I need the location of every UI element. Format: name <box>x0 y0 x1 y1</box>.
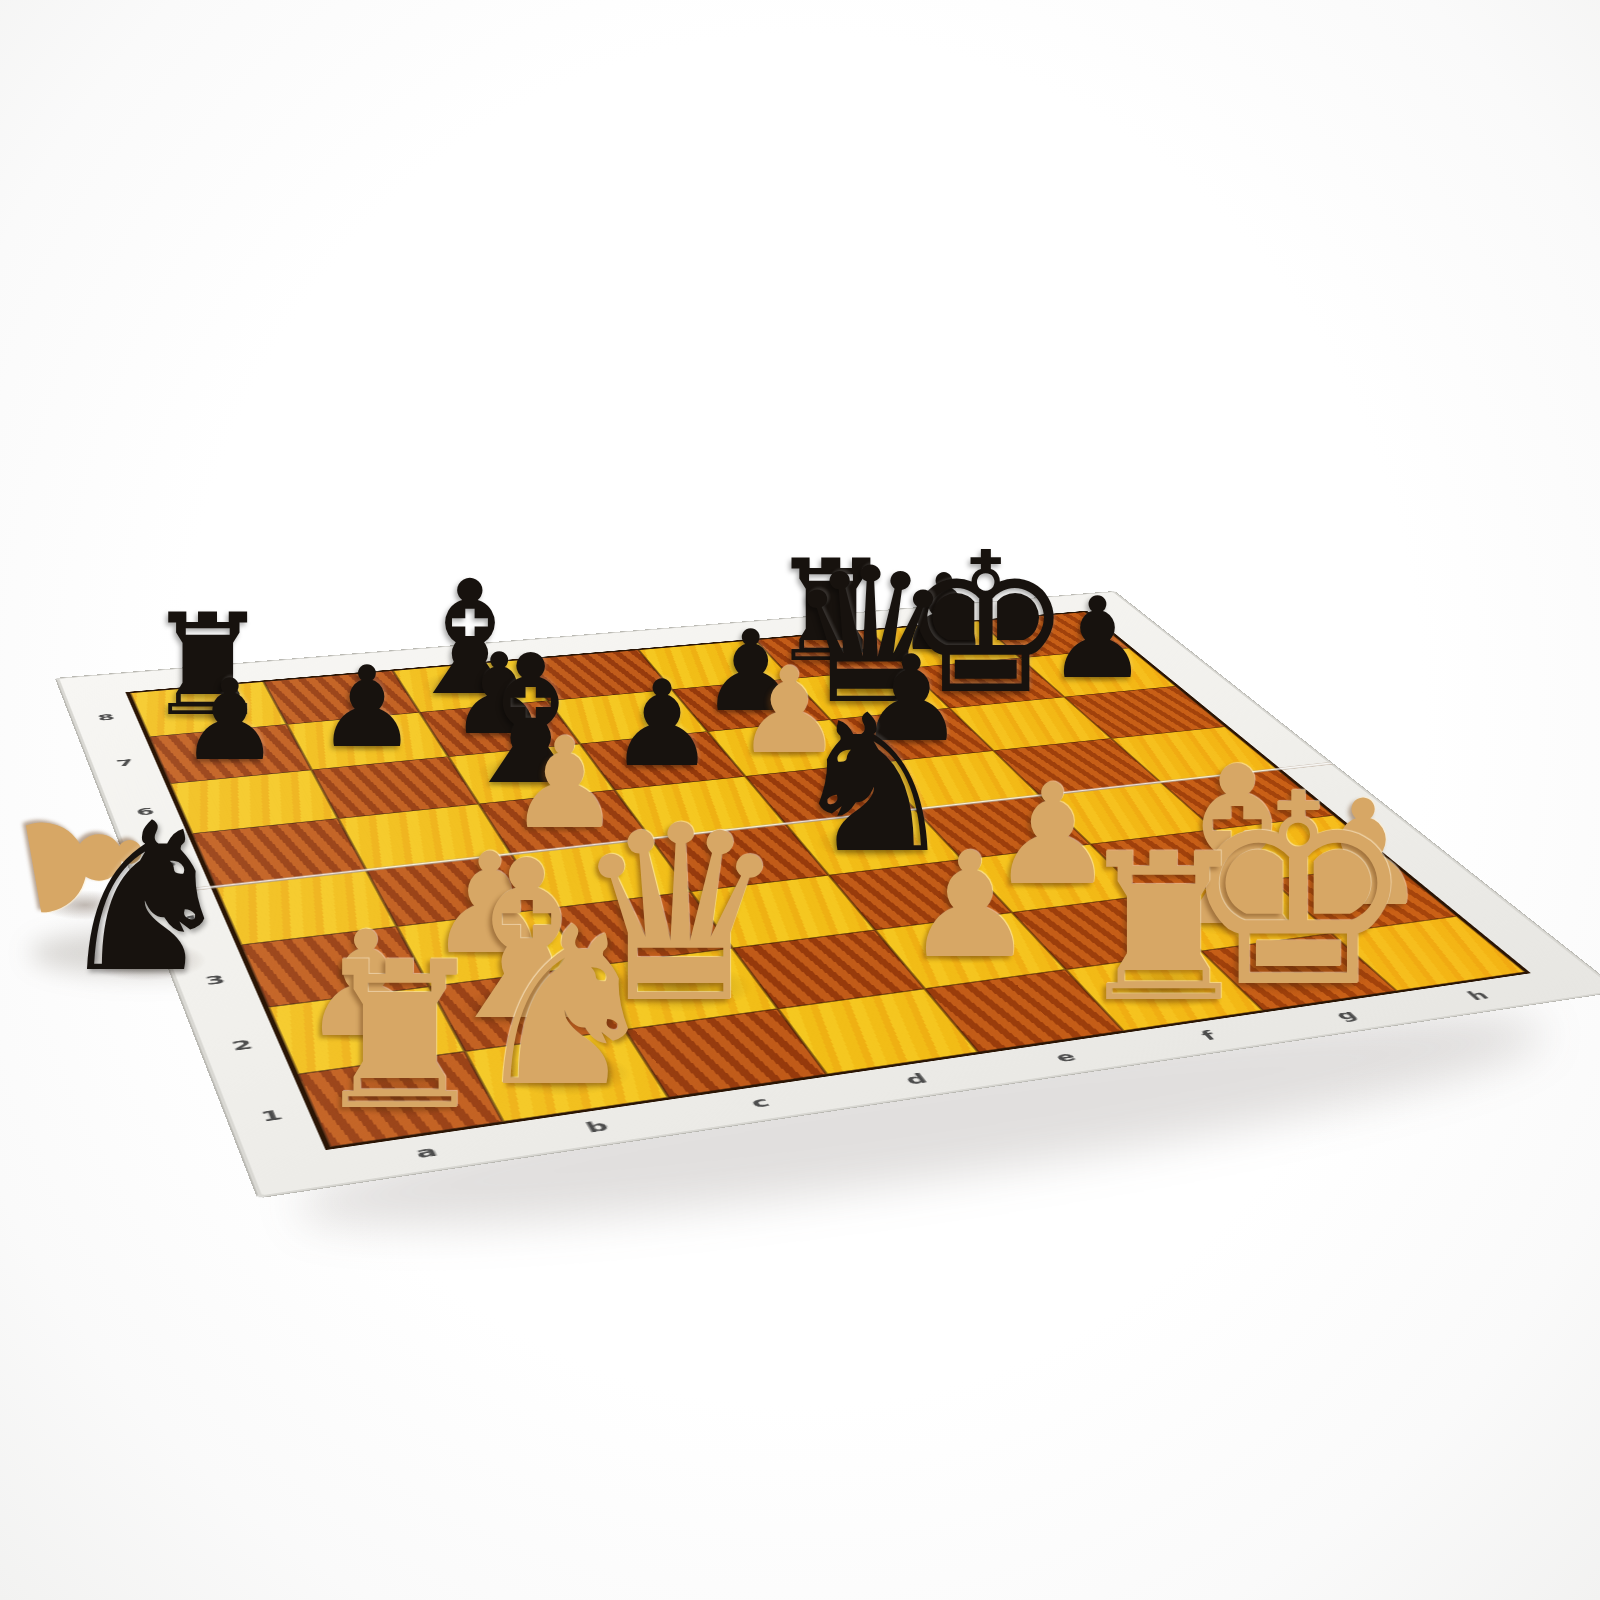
piece-white-knight-b1[interactable]: ♞ <box>456 899 675 1118</box>
piece-black-knight-captured[interactable]: ♞ <box>43 796 248 1001</box>
piece-black-pawn-b7[interactable]: ♟ <box>311 651 423 763</box>
piece-black-pawn-a7[interactable]: ♟ <box>174 664 286 776</box>
pieces-layer: ♜♝♜♟♚♟♟♟♟♛♟♝♟♟♟♟♞♟♟♟♝♛♟♝♟♚♜♞♜♟♞ <box>0 0 1600 1600</box>
piece-white-rook-f1[interactable]: ♜ <box>1062 827 1266 1031</box>
piece-black-pawn-h7[interactable]: ♟ <box>1041 582 1153 694</box>
photo-scene: 87654321 abcdefgh ♜♝♜♟♚♟♟♟♟♛♟♝♟♟♟♟♞♟♟♟♝♛… <box>0 0 1600 1600</box>
piece-white-pawn-e2[interactable]: ♟ <box>897 833 1043 979</box>
